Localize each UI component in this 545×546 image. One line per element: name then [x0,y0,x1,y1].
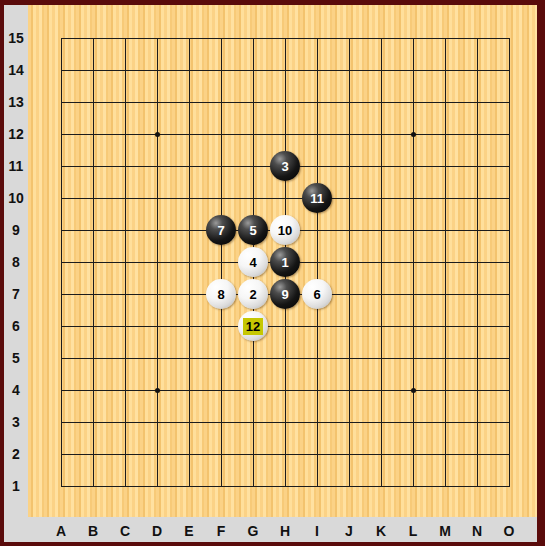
row-label-7: 7 [4,285,28,303]
row-label-15: 15 [4,29,28,47]
move-number: 8 [217,288,224,301]
column-label-F: F [205,521,237,541]
stone-black-11: 11 [302,183,332,213]
stone-black-9: 9 [270,279,300,309]
star-point-L4 [411,388,416,393]
row-label-14: 14 [4,61,28,79]
stone-white-10: 10 [270,215,300,245]
star-point-D12 [155,132,160,137]
move-number: 2 [249,288,256,301]
column-label-I: I [301,521,333,541]
move-number: 5 [249,224,256,237]
row-label-4: 4 [4,381,28,399]
row-label-12: 12 [4,125,28,143]
stone-white-8: 8 [206,279,236,309]
row-label-8: 8 [4,253,28,271]
row-label-11: 11 [4,157,28,175]
column-label-H: H [269,521,301,541]
move-number: 6 [313,288,320,301]
row-label-2: 2 [4,445,28,463]
row-label-13: 13 [4,93,28,111]
column-label-J: J [333,521,365,541]
row-label-9: 9 [4,221,28,239]
column-label-B: B [77,521,109,541]
move-number: 1 [281,256,288,269]
column-label-O: O [493,521,525,541]
move-number: 3 [281,160,288,173]
move-number: 7 [217,224,224,237]
stone-black-3: 3 [270,151,300,181]
star-point-D4 [155,388,160,393]
stone-white-6: 6 [302,279,332,309]
column-label-M: M [429,521,461,541]
go-diagram-frame: 151413121110987654321 ABCDEFGHIJKLMNO 12… [0,0,545,546]
board-layer: 151413121110987654321 ABCDEFGHIJKLMNO 12… [0,0,545,546]
stone-black-5: 5 [238,215,268,245]
move-number: 10 [278,224,292,237]
move-number: 11 [310,192,324,205]
stone-white-4: 4 [238,247,268,277]
column-label-N: N [461,521,493,541]
stone-black-7: 7 [206,215,236,245]
column-label-A: A [45,521,77,541]
column-label-E: E [173,521,205,541]
last-move-number: 12 [243,318,263,335]
column-label-L: L [397,521,429,541]
row-label-6: 6 [4,317,28,335]
move-number: 9 [281,288,288,301]
stone-black-1: 1 [270,247,300,277]
row-label-5: 5 [4,349,28,367]
move-number: 4 [249,256,256,269]
star-point-L12 [411,132,416,137]
row-label-3: 3 [4,413,28,431]
row-label-10: 10 [4,189,28,207]
stone-white-12: 12 [238,311,268,341]
column-label-G: G [237,521,269,541]
column-label-K: K [365,521,397,541]
column-label-D: D [141,521,173,541]
stone-white-2: 2 [238,279,268,309]
row-label-1: 1 [4,477,28,495]
column-label-C: C [109,521,141,541]
